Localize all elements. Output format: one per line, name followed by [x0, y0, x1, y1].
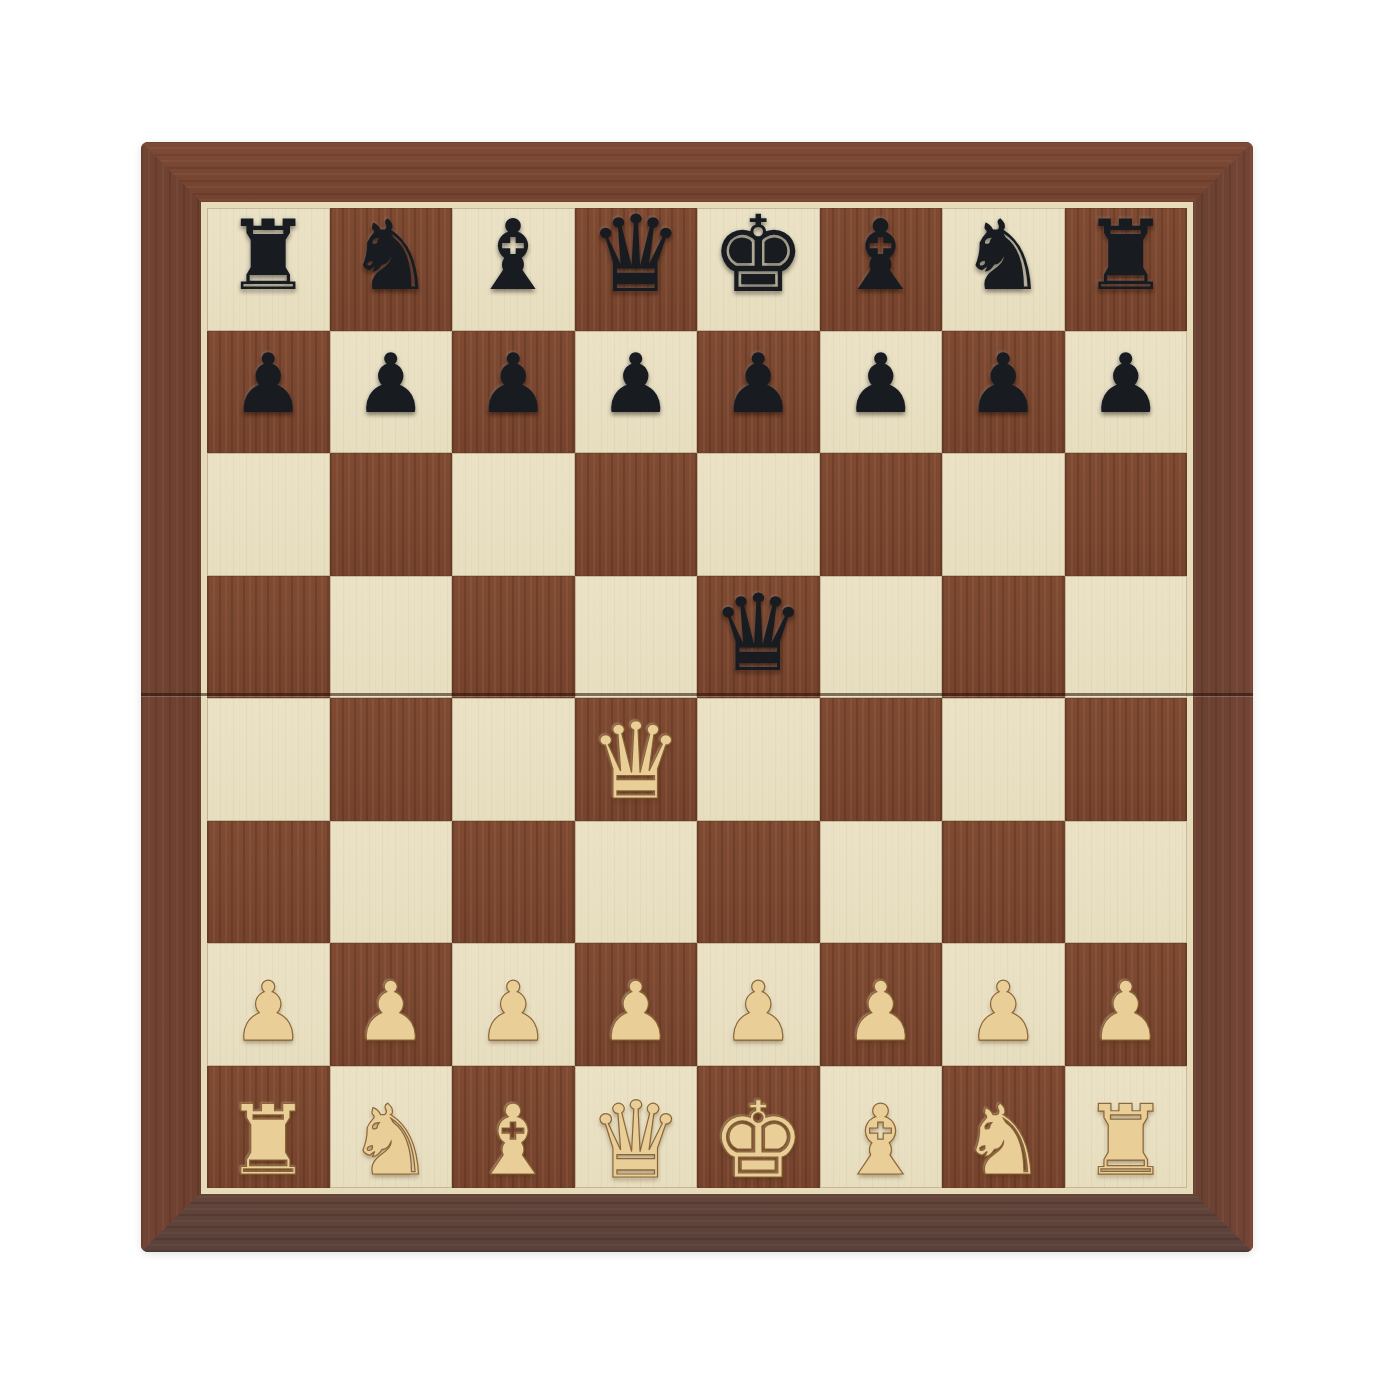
square-b3[interactable]	[330, 821, 453, 944]
white-king[interactable]: ♚	[711, 1088, 806, 1194]
square-a2[interactable]: ♟	[207, 943, 330, 1066]
white-bishop[interactable]: ♝	[470, 1092, 557, 1189]
black-rook[interactable]: ♜	[225, 207, 312, 304]
black-pawn[interactable]: ♟	[476, 343, 550, 425]
square-e3[interactable]	[697, 821, 820, 944]
square-c7[interactable]: ♟	[452, 331, 575, 454]
white-pawn[interactable]: ♟	[231, 971, 305, 1053]
square-e7[interactable]: ♟	[697, 331, 820, 454]
square-a5[interactable]	[207, 576, 330, 699]
white-queen[interactable]: ♛	[588, 1088, 683, 1194]
square-b5[interactable]	[330, 576, 453, 699]
black-rook[interactable]: ♜	[1082, 207, 1169, 304]
square-e4[interactable]	[697, 698, 820, 821]
square-f3[interactable]	[820, 821, 943, 944]
square-h8[interactable]: ♜	[1065, 208, 1188, 331]
black-pawn[interactable]: ♟	[844, 343, 918, 425]
square-f4[interactable]	[820, 698, 943, 821]
square-c2[interactable]: ♟	[452, 943, 575, 1066]
square-f8[interactable]: ♝	[820, 208, 943, 331]
square-b8[interactable]: ♞	[330, 208, 453, 331]
black-bishop[interactable]: ♝	[837, 207, 924, 304]
black-pawn[interactable]: ♟	[231, 343, 305, 425]
square-a6[interactable]	[207, 453, 330, 576]
square-a3[interactable]	[207, 821, 330, 944]
square-g2[interactable]: ♟	[942, 943, 1065, 1066]
white-queen[interactable]: ♛	[588, 709, 683, 815]
square-c6[interactable]	[452, 453, 575, 576]
square-f1[interactable]: ♝	[820, 1066, 943, 1189]
square-g8[interactable]: ♞	[942, 208, 1065, 331]
white-knight[interactable]: ♞	[347, 1092, 434, 1189]
square-d2[interactable]: ♟	[575, 943, 698, 1066]
square-e6[interactable]	[697, 453, 820, 576]
square-a1[interactable]: ♜	[207, 1066, 330, 1189]
square-g7[interactable]: ♟	[942, 331, 1065, 454]
black-king[interactable]: ♚	[711, 202, 806, 308]
square-d5[interactable]	[575, 576, 698, 699]
square-g6[interactable]	[942, 453, 1065, 576]
square-h1[interactable]: ♜	[1065, 1066, 1188, 1189]
white-pawn[interactable]: ♟	[476, 971, 550, 1053]
square-b7[interactable]: ♟	[330, 331, 453, 454]
square-g4[interactable]	[942, 698, 1065, 821]
white-pawn[interactable]: ♟	[599, 971, 673, 1053]
square-a4[interactable]	[207, 698, 330, 821]
square-f7[interactable]: ♟	[820, 331, 943, 454]
square-f2[interactable]: ♟	[820, 943, 943, 1066]
square-h7[interactable]: ♟	[1065, 331, 1188, 454]
square-d1[interactable]: ♛	[575, 1066, 698, 1189]
white-pawn[interactable]: ♟	[1089, 971, 1163, 1053]
square-h6[interactable]	[1065, 453, 1188, 576]
playing-area: ♜♞♝♛♚♝♞♜♟♟♟♟♟♟♟♟♛♛♟♟♟♟♟♟♟♟♜♞♝♛♚♝♞♜	[201, 202, 1193, 1194]
white-bishop[interactable]: ♝	[837, 1092, 924, 1189]
square-e2[interactable]: ♟	[697, 943, 820, 1066]
square-c4[interactable]	[452, 698, 575, 821]
black-pawn[interactable]: ♟	[354, 343, 428, 425]
black-pawn[interactable]: ♟	[599, 343, 673, 425]
square-b1[interactable]: ♞	[330, 1066, 453, 1189]
black-queen[interactable]: ♛	[588, 202, 683, 308]
square-a8[interactable]: ♜	[207, 208, 330, 331]
square-g1[interactable]: ♞	[942, 1066, 1065, 1189]
square-c3[interactable]	[452, 821, 575, 944]
square-h3[interactable]	[1065, 821, 1188, 944]
black-knight[interactable]: ♞	[960, 207, 1047, 304]
frame-right	[1187, 142, 1253, 1252]
square-d7[interactable]: ♟	[575, 331, 698, 454]
board-squares: ♜♞♝♛♚♝♞♜♟♟♟♟♟♟♟♟♛♛♟♟♟♟♟♟♟♟♜♞♝♛♚♝♞♜	[207, 208, 1187, 1188]
chess-board: ♜♞♝♛♚♝♞♜♟♟♟♟♟♟♟♟♛♛♟♟♟♟♟♟♟♟♜♞♝♛♚♝♞♜	[141, 142, 1253, 1252]
square-e1[interactable]: ♚	[697, 1066, 820, 1189]
square-h4[interactable]	[1065, 698, 1188, 821]
square-b4[interactable]	[330, 698, 453, 821]
square-f6[interactable]	[820, 453, 943, 576]
square-c8[interactable]: ♝	[452, 208, 575, 331]
black-knight[interactable]: ♞	[347, 207, 434, 304]
square-h2[interactable]: ♟	[1065, 943, 1188, 1066]
white-pawn[interactable]: ♟	[844, 971, 918, 1053]
fold-seam	[141, 693, 1253, 696]
black-pawn[interactable]: ♟	[1089, 343, 1163, 425]
square-d6[interactable]	[575, 453, 698, 576]
white-pawn[interactable]: ♟	[721, 971, 795, 1053]
white-knight[interactable]: ♞	[960, 1092, 1047, 1189]
square-b6[interactable]	[330, 453, 453, 576]
black-pawn[interactable]: ♟	[721, 343, 795, 425]
white-pawn[interactable]: ♟	[354, 971, 428, 1053]
frame-left	[141, 142, 207, 1252]
black-pawn[interactable]: ♟	[966, 343, 1040, 425]
square-e5[interactable]: ♛	[697, 576, 820, 699]
black-queen[interactable]: ♛	[711, 581, 806, 687]
board-photo: ♜♞♝♛♚♝♞♜♟♟♟♟♟♟♟♟♛♛♟♟♟♟♟♟♟♟♜♞♝♛♚♝♞♜	[0, 0, 1400, 1400]
white-rook[interactable]: ♜	[1082, 1092, 1169, 1189]
square-d3[interactable]	[575, 821, 698, 944]
square-c5[interactable]	[452, 576, 575, 699]
white-rook[interactable]: ♜	[225, 1092, 312, 1189]
square-b2[interactable]: ♟	[330, 943, 453, 1066]
square-a7[interactable]: ♟	[207, 331, 330, 454]
square-f5[interactable]	[820, 576, 943, 699]
square-d8[interactable]: ♛	[575, 208, 698, 331]
square-h5[interactable]	[1065, 576, 1188, 699]
square-d4[interactable]: ♛	[575, 698, 698, 821]
square-e8[interactable]: ♚	[697, 208, 820, 331]
black-bishop[interactable]: ♝	[470, 207, 557, 304]
square-c1[interactable]: ♝	[452, 1066, 575, 1189]
square-g3[interactable]	[942, 821, 1065, 944]
square-g5[interactable]	[942, 576, 1065, 699]
white-pawn[interactable]: ♟	[966, 971, 1040, 1053]
